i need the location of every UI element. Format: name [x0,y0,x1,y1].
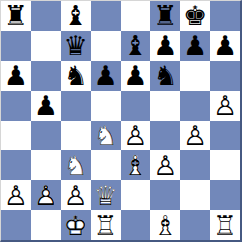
white-pawn-icon: ♟♙ [150,150,180,180]
square-f3[interactable]: ♟♙ [150,150,180,180]
black-knight-icon: ♞ [61,61,91,91]
square-e6[interactable]: ♟ [121,61,151,91]
square-c5[interactable] [61,91,91,121]
square-b1[interactable] [31,210,61,240]
white-rook-icon: ♜♖ [91,210,121,240]
black-knight-icon: ♞ [150,61,180,91]
white-pawn-icon: ♟♙ [121,121,151,151]
square-h8[interactable] [210,1,240,31]
square-f7[interactable]: ♟ [150,31,180,61]
black-queen-icon: ♛ [61,31,91,61]
square-e2[interactable] [121,180,151,210]
square-f1[interactable]: ♝♗ [150,210,180,240]
black-pawn-icon: ♟ [150,31,180,61]
square-b4[interactable] [31,121,61,151]
square-f8[interactable]: ♜ [150,1,180,31]
square-b2[interactable]: ♟♙ [31,180,61,210]
white-knight-icon: ♞♘ [91,121,121,151]
square-d2[interactable]: ♛♕ [91,180,121,210]
square-c3[interactable]: ♞♘ [61,150,91,180]
white-bishop-icon: ♝♗ [150,210,180,240]
square-d5[interactable] [91,91,121,121]
square-f2[interactable] [150,180,180,210]
black-bishop-icon: ♝ [61,1,91,31]
square-g3[interactable] [180,150,210,180]
chess-board: ♜♝♜♚♛♝♟♟♟♟♞♟♟♞♟♟♙♞♘♟♙♟♙♞♘♝♗♟♙♟♙♟♙♟♙♛♕♚♔♜… [1,1,240,240]
square-h4[interactable] [210,121,240,151]
square-f4[interactable] [150,121,180,151]
square-e7[interactable]: ♝ [121,31,151,61]
square-d6[interactable]: ♟ [91,61,121,91]
square-d7[interactable] [91,31,121,61]
white-king-icon: ♚♔ [61,210,91,240]
square-d3[interactable] [91,150,121,180]
square-a5[interactable] [1,91,31,121]
square-a7[interactable] [1,31,31,61]
square-g8[interactable]: ♚ [180,1,210,31]
square-e1[interactable] [121,210,151,240]
black-pawn-icon: ♟ [31,91,61,121]
square-a2[interactable]: ♟♙ [1,180,31,210]
square-d8[interactable] [91,1,121,31]
black-pawn-icon: ♟ [180,31,210,61]
square-b3[interactable] [31,150,61,180]
square-b5[interactable]: ♟ [31,91,61,121]
square-g1[interactable] [180,210,210,240]
square-d1[interactable]: ♜♖ [91,210,121,240]
square-g6[interactable] [180,61,210,91]
square-h6[interactable] [210,61,240,91]
square-b7[interactable] [31,31,61,61]
black-pawn-icon: ♟ [1,61,31,91]
square-f5[interactable] [150,91,180,121]
square-g2[interactable] [180,180,210,210]
square-c2[interactable]: ♟♙ [61,180,91,210]
square-b8[interactable] [31,1,61,31]
square-a1[interactable] [1,210,31,240]
square-a8[interactable]: ♜ [1,1,31,31]
square-h2[interactable] [210,180,240,210]
black-pawn-icon: ♟ [121,61,151,91]
white-pawn-icon: ♟♙ [1,180,31,210]
black-pawn-icon: ♟ [91,61,121,91]
white-pawn-icon: ♟♙ [180,121,210,151]
square-e5[interactable] [121,91,151,121]
black-rook-icon: ♜ [150,1,180,31]
square-g5[interactable] [180,91,210,121]
square-c4[interactable] [61,121,91,151]
square-a3[interactable] [1,150,31,180]
square-g4[interactable]: ♟♙ [180,121,210,151]
black-pawn-icon: ♟ [210,31,240,61]
square-f6[interactable]: ♞ [150,61,180,91]
white-pawn-icon: ♟♙ [31,180,61,210]
chess-board-frame: ♜♝♜♚♛♝♟♟♟♟♞♟♟♞♟♟♙♞♘♟♙♟♙♞♘♝♗♟♙♟♙♟♙♟♙♛♕♚♔♜… [0,0,242,242]
square-h3[interactable] [210,150,240,180]
square-h1[interactable]: ♜♖ [210,210,240,240]
square-g7[interactable]: ♟ [180,31,210,61]
white-pawn-icon: ♟♙ [210,91,240,121]
square-a4[interactable] [1,121,31,151]
white-pawn-icon: ♟♙ [61,180,91,210]
white-rook-icon: ♜♖ [210,210,240,240]
black-bishop-icon: ♝ [121,31,151,61]
square-h5[interactable]: ♟♙ [210,91,240,121]
square-e4[interactable]: ♟♙ [121,121,151,151]
square-a6[interactable]: ♟ [1,61,31,91]
square-b6[interactable] [31,61,61,91]
square-e8[interactable] [121,1,151,31]
white-knight-icon: ♞♘ [61,150,91,180]
square-d4[interactable]: ♞♘ [91,121,121,151]
black-king-icon: ♚ [180,1,210,31]
square-c7[interactable]: ♛ [61,31,91,61]
square-e3[interactable]: ♝♗ [121,150,151,180]
square-c6[interactable]: ♞ [61,61,91,91]
square-c1[interactable]: ♚♔ [61,210,91,240]
square-h7[interactable]: ♟ [210,31,240,61]
white-bishop-icon: ♝♗ [121,150,151,180]
black-rook-icon: ♜ [1,1,31,31]
white-queen-icon: ♛♕ [91,180,121,210]
square-c8[interactable]: ♝ [61,1,91,31]
